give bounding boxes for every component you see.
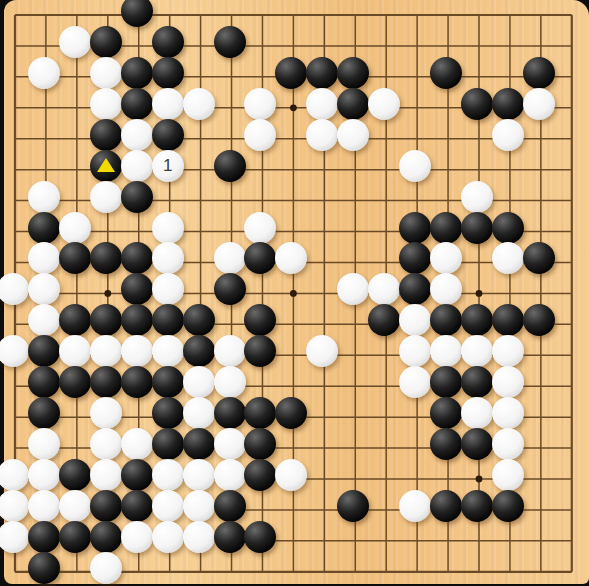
black-stone: [121, 242, 153, 274]
white-stone: [183, 490, 215, 522]
black-stone: [337, 490, 369, 522]
white-stone: [492, 366, 524, 398]
white-stone: [214, 242, 246, 274]
white-stone: [152, 459, 184, 491]
black-stone: [90, 490, 122, 522]
white-stone: [59, 26, 91, 58]
black-stone: [90, 26, 122, 58]
black-stone: [28, 552, 60, 584]
white-stone: [152, 490, 184, 522]
black-stone: [461, 212, 493, 244]
white-stone: [214, 335, 246, 367]
white-stone: [399, 150, 431, 182]
go-board[interactable]: 1: [4, 0, 589, 584]
white-stone: [121, 119, 153, 151]
black-stone: [399, 212, 431, 244]
black-stone: [337, 57, 369, 89]
black-stone: [337, 88, 369, 120]
white-stone: [183, 88, 215, 120]
white-stone: [337, 119, 369, 151]
black-stone: [59, 304, 91, 336]
white-stone: [121, 335, 153, 367]
black-stone: [183, 428, 215, 460]
white-stone: [90, 397, 122, 429]
black-stone: [214, 490, 246, 522]
white-stone: [121, 428, 153, 460]
white-stone: [28, 428, 60, 460]
black-stone: [90, 366, 122, 398]
black-stone: [430, 428, 462, 460]
black-stone: [461, 366, 493, 398]
white-stone: [183, 366, 215, 398]
white-stone: [244, 212, 276, 244]
black-stone: [121, 57, 153, 89]
black-stone: [306, 57, 338, 89]
white-stone: [90, 335, 122, 367]
black-stone: [492, 212, 524, 244]
black-stone: [152, 397, 184, 429]
black-stone: [121, 490, 153, 522]
black-stone: [430, 212, 462, 244]
move-number-label: 1: [152, 150, 184, 182]
white-stone: [152, 273, 184, 305]
white-stone: [214, 366, 246, 398]
white-stone: [152, 335, 184, 367]
star-point: [476, 290, 483, 297]
black-stone: [121, 304, 153, 336]
white-stone: [59, 212, 91, 244]
white-stone: [492, 459, 524, 491]
white-stone: [152, 242, 184, 274]
black-stone: [152, 57, 184, 89]
black-stone: [492, 88, 524, 120]
white-stone: [523, 88, 555, 120]
white-stone: [492, 428, 524, 460]
black-stone: [59, 366, 91, 398]
black-stone: [152, 366, 184, 398]
black-stone: [430, 490, 462, 522]
white-stone: [306, 119, 338, 151]
white-stone: [90, 88, 122, 120]
white-stone: [90, 428, 122, 460]
white-stone: [28, 181, 60, 213]
black-stone: [461, 428, 493, 460]
black-stone: [214, 397, 246, 429]
white-stone: [214, 459, 246, 491]
star-point: [476, 476, 483, 483]
black-stone: [214, 521, 246, 553]
white-stone: [306, 88, 338, 120]
black-stone: [121, 88, 153, 120]
black-stone: [523, 57, 555, 89]
white-stone: [152, 521, 184, 553]
white-stone: [399, 490, 431, 522]
black-stone: [430, 397, 462, 429]
black-stone: [183, 335, 215, 367]
white-stone: [461, 181, 493, 213]
white-stone: [183, 397, 215, 429]
black-stone: [461, 490, 493, 522]
white-stone: [90, 552, 122, 584]
star-point: [104, 290, 111, 297]
black-stone: [492, 490, 524, 522]
white-stone: [152, 88, 184, 120]
triangle-marker: [97, 158, 115, 172]
white-stone: [121, 150, 153, 182]
black-stone: [152, 428, 184, 460]
black-stone: [214, 273, 246, 305]
black-stone: [214, 150, 246, 182]
white-stone: [59, 490, 91, 522]
black-stone: [430, 57, 462, 89]
white-stone: [492, 335, 524, 367]
white-stone: [461, 397, 493, 429]
star-point: [290, 290, 297, 297]
white-stone: [59, 335, 91, 367]
black-stone: [59, 459, 91, 491]
black-stone: [523, 304, 555, 336]
white-stone: [90, 57, 122, 89]
white-stone: [28, 57, 60, 89]
black-stone: [28, 335, 60, 367]
black-stone: [121, 181, 153, 213]
black-stone: [121, 273, 153, 305]
black-stone: [183, 304, 215, 336]
white-stone: [244, 119, 276, 151]
black-stone: [28, 397, 60, 429]
white-stone: [183, 459, 215, 491]
black-stone: [214, 26, 246, 58]
black-stone: [152, 26, 184, 58]
black-stone: [28, 366, 60, 398]
black-stone: [59, 521, 91, 553]
black-stone: [90, 119, 122, 151]
black-stone: [152, 119, 184, 151]
white-stone: [28, 490, 60, 522]
video-frame-background: 1: [0, 0, 589, 586]
black-stone: [28, 212, 60, 244]
black-stone: [152, 304, 184, 336]
star-point: [290, 104, 297, 111]
white-stone: [492, 397, 524, 429]
black-stone: [90, 304, 122, 336]
black-stone: [90, 521, 122, 553]
white-stone: [214, 428, 246, 460]
black-stone: [430, 366, 462, 398]
black-stone: [121, 366, 153, 398]
white-stone: [121, 521, 153, 553]
white-stone: [368, 88, 400, 120]
white-stone: [183, 521, 215, 553]
white-stone: [90, 459, 122, 491]
white-stone: [28, 459, 60, 491]
black-stone: [121, 459, 153, 491]
white-stone: [90, 181, 122, 213]
black-stone: [461, 88, 493, 120]
white-stone: [492, 119, 524, 151]
black-stone: [28, 521, 60, 553]
white-stone: [461, 335, 493, 367]
white-stone: [152, 212, 184, 244]
